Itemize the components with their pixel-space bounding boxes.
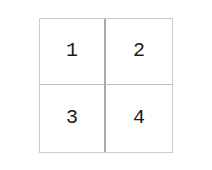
cell-value: 1 [66, 41, 78, 61]
quadrant-grid: 1 2 3 4 [39, 18, 173, 153]
cell-r1c1: 4 [106, 85, 172, 152]
cell-r0c0: 1 [40, 19, 106, 86]
cell-value: 2 [133, 41, 145, 61]
cell-r1c0: 3 [40, 85, 106, 152]
cell-value: 3 [66, 108, 78, 128]
cell-r0c1: 2 [106, 19, 172, 86]
cell-value: 4 [133, 108, 145, 128]
